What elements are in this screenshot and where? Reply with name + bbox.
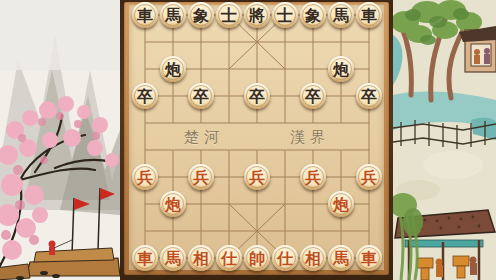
right-painting-image [393, 0, 496, 280]
pavilion [459, 26, 496, 72]
piece-red-general[interactable]: 帥 [244, 245, 270, 271]
piece-red-soldier[interactable]: 兵 [356, 164, 382, 190]
piece-black-chariot[interactable]: 車 [132, 2, 158, 28]
piece-red-soldier[interactable]: 兵 [132, 164, 158, 190]
piece-red-soldier[interactable]: 兵 [188, 164, 214, 190]
piece-black-soldier[interactable]: 卒 [188, 83, 214, 109]
piece-red-advisor[interactable]: 仕 [272, 245, 298, 271]
river-label-right: 漢界 [290, 128, 330, 147]
river-label-left: 楚河 [184, 128, 224, 147]
piece-red-cannon[interactable]: 炮 [328, 191, 354, 217]
piece-black-general[interactable]: 將 [244, 2, 270, 28]
piece-red-soldier[interactable]: 兵 [244, 164, 270, 190]
piece-red-soldier[interactable]: 兵 [300, 164, 326, 190]
piece-black-horse[interactable]: 馬 [160, 2, 186, 28]
piece-black-advisor[interactable]: 士 [272, 2, 298, 28]
piece-red-chariot[interactable]: 車 [356, 245, 382, 271]
piece-black-advisor[interactable]: 士 [216, 2, 242, 28]
piece-red-chariot[interactable]: 車 [132, 245, 158, 271]
xiangqi-board: 楚河 漢界 車馬象士將士象馬車炮炮卒卒卒卒卒兵兵兵兵兵炮炮車馬相仕帥仕相馬車 [120, 0, 393, 280]
piece-black-soldier[interactable]: 卒 [356, 83, 382, 109]
piece-black-soldier[interactable]: 卒 [132, 83, 158, 109]
left-painting-image [0, 0, 120, 280]
piece-red-horse[interactable]: 馬 [160, 245, 186, 271]
piece-black-soldier[interactable]: 卒 [244, 83, 270, 109]
piece-red-elephant[interactable]: 相 [188, 245, 214, 271]
board-surface[interactable]: 楚河 漢界 車馬象士將士象馬車炮炮卒卒卒卒卒兵兵兵兵兵炮炮車馬相仕帥仕相馬車 [129, 5, 384, 270]
piece-black-cannon[interactable]: 炮 [160, 56, 186, 82]
piece-red-cannon[interactable]: 炮 [160, 191, 186, 217]
piece-red-elephant[interactable]: 相 [300, 245, 326, 271]
board-grid [129, 5, 384, 270]
piece-red-horse[interactable]: 馬 [328, 245, 354, 271]
piece-black-cannon[interactable]: 炮 [328, 56, 354, 82]
piece-black-elephant[interactable]: 象 [300, 2, 326, 28]
piece-red-advisor[interactable]: 仕 [216, 245, 242, 271]
piece-black-horse[interactable]: 馬 [328, 2, 354, 28]
piece-black-soldier[interactable]: 卒 [300, 83, 326, 109]
piece-black-chariot[interactable]: 車 [356, 2, 382, 28]
piece-black-elephant[interactable]: 象 [188, 2, 214, 28]
xiangqi-game-screen: 楚河 漢界 車馬象士將士象馬車炮炮卒卒卒卒卒兵兵兵兵兵炮炮車馬相仕帥仕相馬車 [0, 0, 496, 280]
